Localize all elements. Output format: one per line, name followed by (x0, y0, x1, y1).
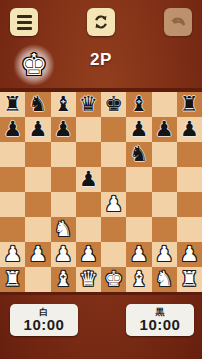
square-g6[interactable] (152, 142, 177, 167)
square-g2[interactable]: ♟ (152, 242, 177, 267)
square-g8[interactable] (152, 92, 177, 117)
square-f5[interactable] (126, 167, 151, 192)
square-e1[interactable]: ♚ (101, 267, 126, 292)
square-a2[interactable]: ♟ (0, 242, 25, 267)
black-knight-f6: ♞ (129, 142, 148, 167)
square-b1[interactable] (25, 267, 50, 292)
white-knight-g1: ♞ (155, 267, 174, 292)
white-king-turn-indicator: ♚ (14, 44, 54, 86)
black-pawn-h7: ♟ (180, 117, 199, 142)
new-game-button[interactable] (87, 8, 115, 36)
square-c8[interactable]: ♝ (51, 92, 76, 117)
white-rook-h1: ♜ (180, 267, 199, 292)
square-a8[interactable]: ♜ (0, 92, 25, 117)
square-c3[interactable]: ♞ (51, 217, 76, 242)
white-clock[interactable]: 白 10:00 (10, 304, 78, 336)
white-pawn-f2: ♟ (129, 242, 148, 267)
square-f1[interactable]: ♝ (126, 267, 151, 292)
square-g3[interactable] (152, 217, 177, 242)
square-e7[interactable] (101, 117, 126, 142)
mode-label: 2P (72, 50, 130, 70)
black-queen-d8: ♛ (79, 92, 98, 117)
square-c7[interactable]: ♟ (51, 117, 76, 142)
undo-arrow-icon (169, 14, 187, 30)
square-b2[interactable]: ♟ (25, 242, 50, 267)
square-c6[interactable] (51, 142, 76, 167)
white-pawn-h2: ♟ (180, 242, 199, 267)
undo-button[interactable] (164, 8, 192, 36)
square-h2[interactable]: ♟ (177, 242, 202, 267)
white-pawn-c2: ♟ (54, 242, 73, 267)
turn-banner: ♚ 2P (0, 44, 202, 88)
white-pawn-b2: ♟ (28, 242, 47, 267)
white-pawn-e4: ♟ (104, 192, 123, 217)
black-pawn-g7: ♟ (155, 117, 174, 142)
square-e6[interactable] (101, 142, 126, 167)
black-bishop-c8: ♝ (54, 92, 73, 117)
square-a7[interactable]: ♟ (0, 117, 25, 142)
black-bishop-f8: ♝ (129, 92, 148, 117)
square-d8[interactable]: ♛ (76, 92, 101, 117)
square-b6[interactable] (25, 142, 50, 167)
square-g1[interactable]: ♞ (152, 267, 177, 292)
board-squares: ♜♞♝♛♚♝♜♟♟♟♟♟♟♞♟♟♞♟♟♟♟♟♟♟♜♝♛♚♝♞♜ (0, 92, 202, 292)
square-c2[interactable]: ♟ (51, 242, 76, 267)
square-h8[interactable]: ♜ (177, 92, 202, 117)
chess-app-window: ♚ 2P ♜♞♝♛♚♝♜♟♟♟♟♟♟♞♟♟♞♟♟♟♟♟♟♟♜♝♛♚♝♞♜ 白 1… (0, 0, 202, 359)
square-d2[interactable]: ♟ (76, 242, 101, 267)
black-rook-h8: ♜ (180, 92, 199, 117)
black-rook-a8: ♜ (3, 92, 22, 117)
square-d6[interactable] (76, 142, 101, 167)
black-pawn-d5: ♟ (79, 167, 98, 192)
white-pawn-d2: ♟ (79, 242, 98, 267)
black-pawn-f7: ♟ (129, 117, 148, 142)
square-a3[interactable] (0, 217, 25, 242)
square-a4[interactable] (0, 192, 25, 217)
square-f4[interactable] (126, 192, 151, 217)
square-e4[interactable]: ♟ (101, 192, 126, 217)
square-a5[interactable] (0, 167, 25, 192)
square-e8[interactable]: ♚ (101, 92, 126, 117)
square-h6[interactable] (177, 142, 202, 167)
square-h3[interactable] (177, 217, 202, 242)
white-bishop-c1: ♝ (54, 267, 73, 292)
white-pawn-g2: ♟ (155, 242, 174, 267)
white-rook-a1: ♜ (3, 267, 22, 292)
square-d4[interactable] (76, 192, 101, 217)
white-clock-time: 10:00 (24, 317, 65, 333)
refresh-icon (93, 14, 109, 30)
square-h7[interactable]: ♟ (177, 117, 202, 142)
white-bishop-f1: ♝ (129, 267, 148, 292)
square-f6[interactable]: ♞ (126, 142, 151, 167)
black-knight-b8: ♞ (28, 92, 47, 117)
square-h1[interactable]: ♜ (177, 267, 202, 292)
hamburger-menu-icon (17, 15, 32, 30)
white-king-icon: ♚ (21, 44, 48, 86)
white-queen-d1: ♛ (79, 267, 98, 292)
black-pawn-b7: ♟ (28, 117, 47, 142)
square-a1[interactable]: ♜ (0, 267, 25, 292)
square-c4[interactable] (51, 192, 76, 217)
square-b7[interactable]: ♟ (25, 117, 50, 142)
white-king-e1: ♚ (104, 267, 123, 292)
square-f3[interactable] (126, 217, 151, 242)
square-e2[interactable] (101, 242, 126, 267)
square-g7[interactable]: ♟ (152, 117, 177, 142)
square-g5[interactable] (152, 167, 177, 192)
square-b5[interactable] (25, 167, 50, 192)
square-b3[interactable] (25, 217, 50, 242)
square-b4[interactable] (25, 192, 50, 217)
square-b8[interactable]: ♞ (25, 92, 50, 117)
square-d1[interactable]: ♛ (76, 267, 101, 292)
menu-button[interactable] (10, 8, 38, 36)
square-c1[interactable]: ♝ (51, 267, 76, 292)
square-a6[interactable] (0, 142, 25, 167)
square-e5[interactable] (101, 167, 126, 192)
square-g4[interactable] (152, 192, 177, 217)
square-f7[interactable]: ♟ (126, 117, 151, 142)
square-d7[interactable] (76, 117, 101, 142)
black-pawn-c7: ♟ (54, 117, 73, 142)
square-h5[interactable] (177, 167, 202, 192)
square-d5[interactable]: ♟ (76, 167, 101, 192)
square-c5[interactable] (51, 167, 76, 192)
white-knight-c3: ♞ (54, 217, 73, 242)
square-f2[interactable]: ♟ (126, 242, 151, 267)
chess-board: ♜♞♝♛♚♝♜♟♟♟♟♟♟♞♟♟♞♟♟♟♟♟♟♟♜♝♛♚♝♞♜ (0, 88, 202, 295)
black-clock[interactable]: 黒 10:00 (126, 304, 194, 336)
black-clock-time: 10:00 (140, 317, 181, 333)
square-d3[interactable] (76, 217, 101, 242)
square-f8[interactable]: ♝ (126, 92, 151, 117)
white-pawn-a2: ♟ (3, 242, 22, 267)
square-h4[interactable] (177, 192, 202, 217)
black-pawn-a7: ♟ (3, 117, 22, 142)
square-e3[interactable] (101, 217, 126, 242)
black-king-e8: ♚ (104, 92, 123, 117)
